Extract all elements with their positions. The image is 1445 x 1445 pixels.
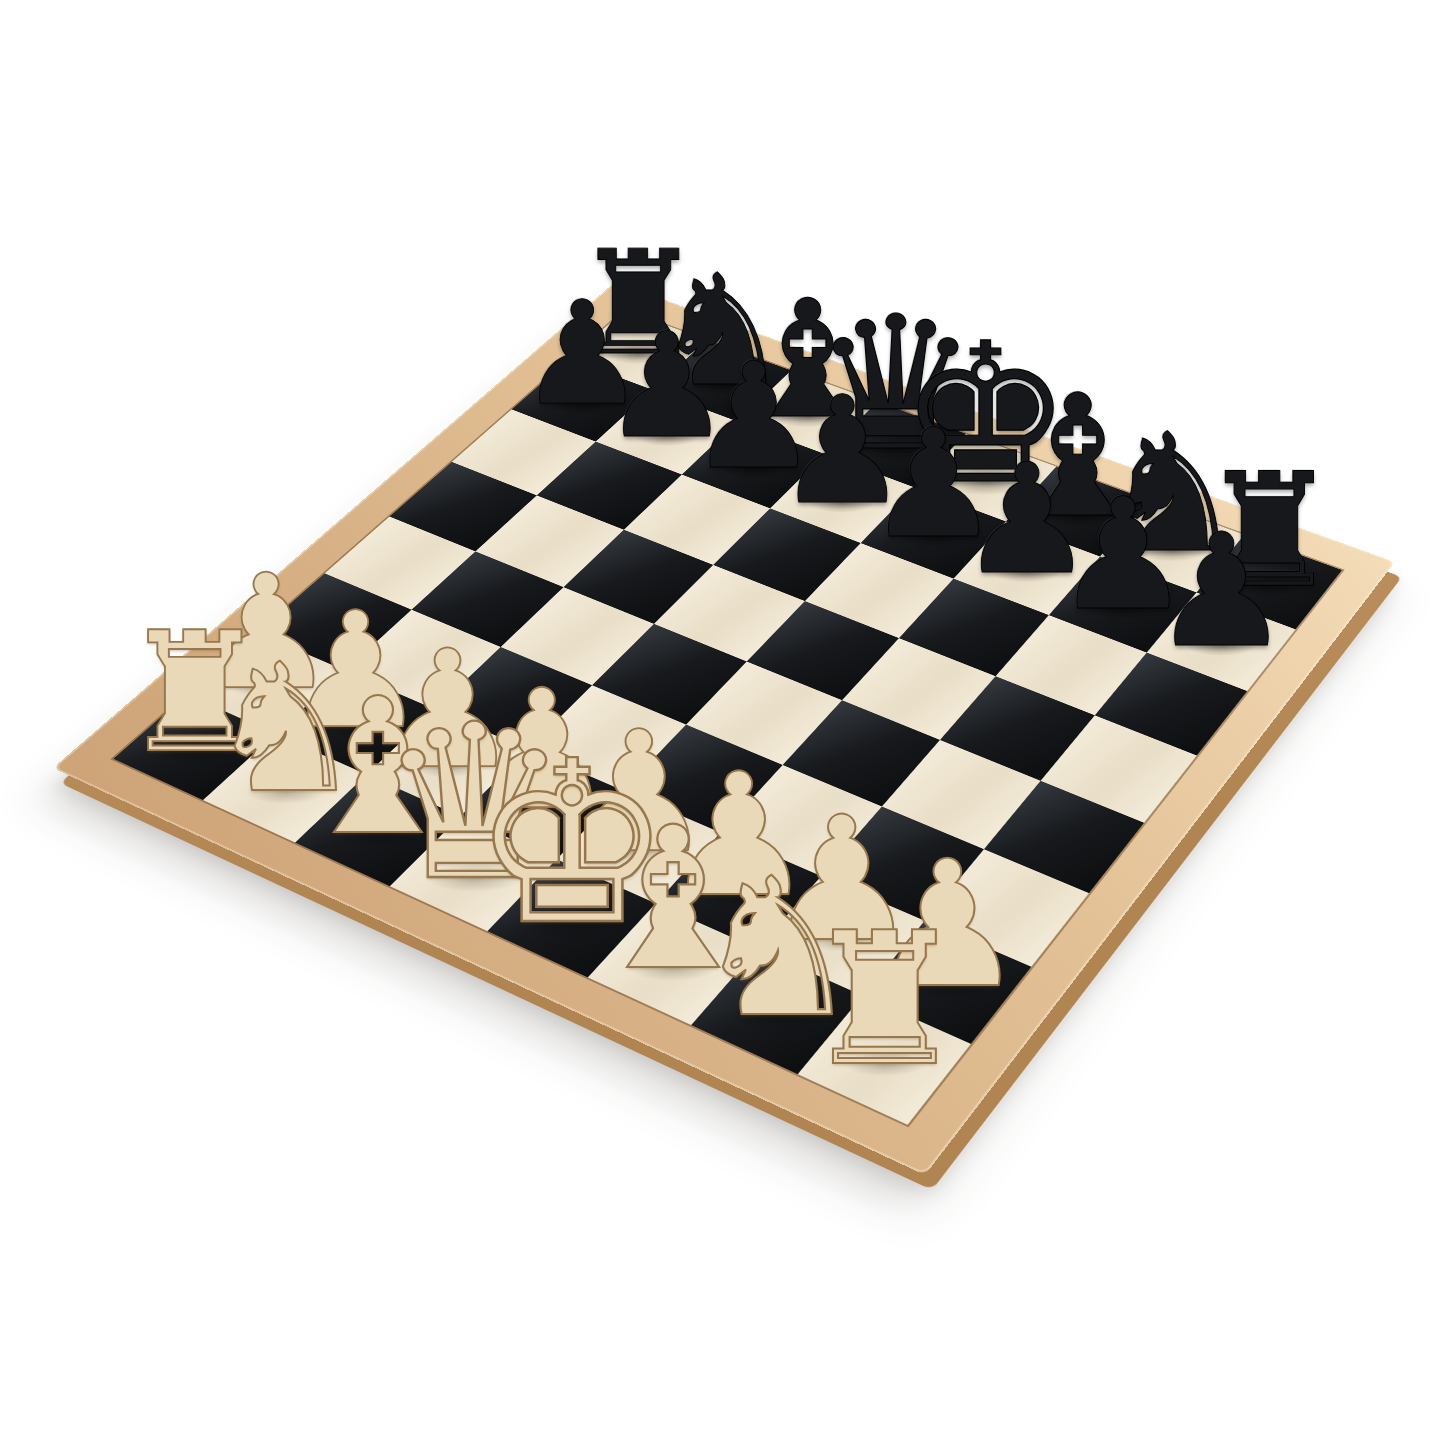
product-photo: Angled overhead product photo of a woode… xyxy=(0,0,1445,1445)
piece-black-pawn-h7[interactable]: ♟ xyxy=(1151,513,1291,669)
piece-white-rook-h1[interactable]: ♜ xyxy=(803,908,967,1091)
